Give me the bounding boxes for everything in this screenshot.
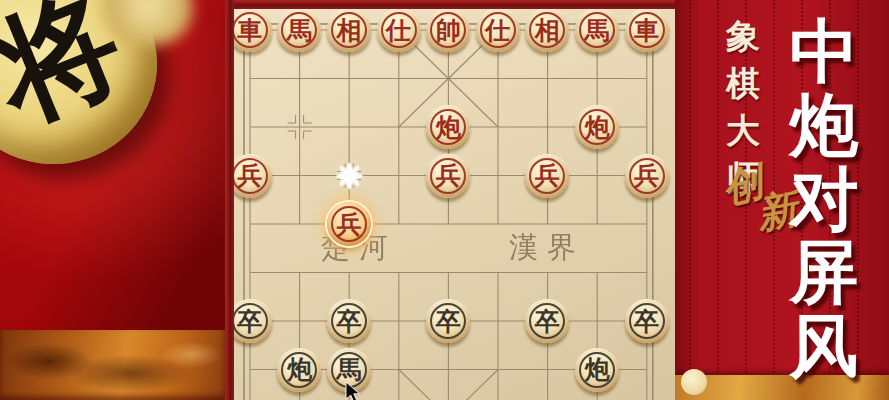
black-soldier[interactable]: 卒 <box>327 299 371 343</box>
board-point-r0c3[interactable]: 仕 <box>374 6 424 55</box>
piece-character: 炮 <box>584 357 609 382</box>
board-point-r4c3[interactable] <box>374 200 424 249</box>
piece-character: 馬 <box>287 18 312 43</box>
board-point-r2c1[interactable] <box>275 103 325 152</box>
board-point-r0c8[interactable]: 車 <box>622 6 672 55</box>
board-point-r4c8[interactable] <box>622 200 672 249</box>
board-point-r7c6[interactable] <box>523 346 573 395</box>
piece-character: 卒 <box>436 309 461 334</box>
board-point-r7c4[interactable] <box>423 346 473 395</box>
board-point-r4c1[interactable] <box>275 200 325 249</box>
xiangqi-board: 楚河 漢界 車馬相仕帥仕相馬車炮炮兵兵兵兵兵卒卒卒卒卒炮馬炮 <box>225 0 675 400</box>
red-horse[interactable]: 馬 <box>575 8 619 52</box>
board-point-r3c1[interactable] <box>275 152 325 201</box>
piece-character: 馬 <box>336 357 361 382</box>
screenshot-stage: 将 楚河 漢界 車馬相仕帥仕相馬車炮炮兵兵兵兵兵卒卒卒卒卒炮馬炮 象棋大师 创 … <box>0 0 889 400</box>
board-point-r7c7[interactable]: 炮 <box>572 346 622 395</box>
red-elephant[interactable]: 相 <box>525 8 569 52</box>
red-advisor[interactable]: 仕 <box>476 8 520 52</box>
red-chariot[interactable]: 車 <box>625 8 669 52</box>
board-point-r5c7[interactable] <box>572 249 622 298</box>
board-point-r5c1[interactable] <box>275 249 325 298</box>
piece-character: 馬 <box>584 18 609 43</box>
board-point-r0c5[interactable]: 仕 <box>473 6 523 55</box>
red-soldier[interactable]: 兵 <box>525 154 569 198</box>
board-point-r3c8[interactable]: 兵 <box>622 152 672 201</box>
board-point-r1c1[interactable] <box>275 55 325 104</box>
board-point-r8c4[interactable] <box>423 394 473 400</box>
board-point-r3c6[interactable]: 兵 <box>523 152 573 201</box>
red-chariot[interactable]: 車 <box>228 8 272 52</box>
board-point-r0c2[interactable]: 相 <box>324 6 374 55</box>
board-point-r7c5[interactable] <box>473 346 523 395</box>
board-point-r2c4[interactable]: 炮 <box>423 103 473 152</box>
board-point-r2c6[interactable] <box>523 103 573 152</box>
red-advisor[interactable]: 仕 <box>377 8 421 52</box>
board-point-r1c6[interactable] <box>523 55 573 104</box>
subtitle-char: 象 <box>726 14 760 60</box>
board-point-r5c3[interactable] <box>374 249 424 298</box>
red-cannon[interactable]: 炮 <box>575 105 619 149</box>
subtitle-char: 大 <box>726 108 760 154</box>
subtitle-char: 棋 <box>726 61 760 107</box>
board-point-r6c4[interactable]: 卒 <box>423 297 473 346</box>
title-char: 风 <box>790 311 859 383</box>
board-point-r5c6[interactable] <box>523 249 573 298</box>
red-soldier[interactable]: 兵 <box>426 154 470 198</box>
piece-character: 相 <box>336 18 361 43</box>
board-point-r1c7[interactable] <box>572 55 622 104</box>
black-soldier[interactable]: 卒 <box>625 299 669 343</box>
board-point-r5c8[interactable] <box>622 249 672 298</box>
board-point-r2c7[interactable]: 炮 <box>572 103 622 152</box>
piece-character: 相 <box>535 18 560 43</box>
piece-character: 兵 <box>535 163 560 188</box>
board-point-r1c5[interactable] <box>473 55 523 104</box>
board-point-r4c7[interactable] <box>572 200 622 249</box>
dotted-stripe <box>717 0 719 400</box>
board-point-r5c5[interactable] <box>473 249 523 298</box>
board-point-r2c2[interactable] <box>324 103 374 152</box>
piece-character: 帥 <box>436 18 461 43</box>
banner-main-title: 中炮对屏风 <box>781 16 867 383</box>
piece-character: 仕 <box>485 18 510 43</box>
board-point-r8c8[interactable] <box>622 394 672 400</box>
piece-character: 炮 <box>287 357 312 382</box>
black-cannon[interactable]: 炮 <box>277 348 321 392</box>
piece-character: 卒 <box>237 309 262 334</box>
right-promo-banner: 象棋大师 创 新 中炮对屏风 <box>675 0 889 400</box>
board-point-r4c2[interactable]: 兵 <box>324 200 374 249</box>
piece-character: 卒 <box>535 309 560 334</box>
piece-character: 兵 <box>237 163 262 188</box>
black-cannon[interactable]: 炮 <box>575 348 619 392</box>
left-promo-panel: 将 <box>0 0 225 400</box>
board-point-r6c2[interactable]: 卒 <box>324 297 374 346</box>
board-point-r3c7[interactable] <box>572 152 622 201</box>
black-soldier[interactable]: 卒 <box>228 299 272 343</box>
red-soldier[interactable]: 兵 <box>625 154 669 198</box>
board-point-r7c3[interactable] <box>374 346 424 395</box>
board-point-r8c7[interactable] <box>572 394 622 400</box>
piece-character: 炮 <box>584 115 609 140</box>
board-point-r4c5[interactable] <box>473 200 523 249</box>
red-general[interactable]: 帥 <box>426 8 470 52</box>
board-point-r2c3[interactable] <box>374 103 424 152</box>
red-horse[interactable]: 馬 <box>277 8 321 52</box>
board-point-r0c7[interactable]: 馬 <box>572 6 622 55</box>
piece-character: 兵 <box>634 163 659 188</box>
title-char: 中 <box>790 16 859 88</box>
board-point-r7c8[interactable] <box>622 346 672 395</box>
board-points: 車馬相仕帥仕相馬車炮炮兵兵兵兵兵卒卒卒卒卒炮馬炮 <box>225 6 672 400</box>
mouse-cursor <box>345 381 361 400</box>
title-char: 对 <box>790 164 859 236</box>
red-soldier[interactable]: 兵 <box>228 154 272 198</box>
board-point-r0c1[interactable]: 馬 <box>275 6 325 55</box>
board-point-r3c4[interactable]: 兵 <box>423 152 473 201</box>
title-char: 屏 <box>790 237 859 309</box>
board-point-r6c8[interactable]: 卒 <box>622 297 672 346</box>
red-cannon[interactable]: 炮 <box>426 105 470 149</box>
red-elephant[interactable]: 相 <box>327 8 371 52</box>
board-point-r4c6[interactable] <box>523 200 573 249</box>
board-point-r6c3[interactable] <box>374 297 424 346</box>
board-point-r1c8[interactable] <box>622 55 672 104</box>
board-point-r5c4[interactable] <box>423 249 473 298</box>
board-point-r6c7[interactable] <box>572 297 622 346</box>
board-point-r8c1[interactable] <box>275 394 325 400</box>
board-point-r6c1[interactable] <box>275 297 325 346</box>
board-point-r6c5[interactable] <box>473 297 523 346</box>
board-point-r3c3[interactable] <box>374 152 424 201</box>
board-point-r3c2[interactable] <box>324 152 374 201</box>
board-point-r8c6[interactable] <box>523 394 573 400</box>
board-point-r7c1[interactable]: 炮 <box>275 346 325 395</box>
board-point-r8c5[interactable] <box>473 394 523 400</box>
black-soldier[interactable]: 卒 <box>426 299 470 343</box>
piece-character: 兵 <box>436 163 461 188</box>
board-point-r1c3[interactable] <box>374 55 424 104</box>
board-frame-top <box>225 0 675 9</box>
board-point-r0c6[interactable]: 相 <box>523 6 573 55</box>
board-point-r1c4[interactable] <box>423 55 473 104</box>
piece-character: 仕 <box>386 18 411 43</box>
board-point-r1c2[interactable] <box>324 55 374 104</box>
title-char: 炮 <box>790 90 859 162</box>
piece-character: 炮 <box>436 115 461 140</box>
board-point-r6c6[interactable]: 卒 <box>523 297 573 346</box>
board-point-r0c4[interactable]: 帥 <box>423 6 473 55</box>
dotted-stripe <box>689 0 691 400</box>
board-frame-left <box>225 0 234 400</box>
piece-character: 卒 <box>336 309 361 334</box>
piece-character: 車 <box>237 18 262 43</box>
board-point-r2c5[interactable] <box>473 103 523 152</box>
wood-strip-piece <box>681 369 707 395</box>
board-point-r8c3[interactable] <box>374 394 424 400</box>
piece-character: 車 <box>634 18 659 43</box>
piece-character: 卒 <box>634 309 659 334</box>
carved-wood-strip-left <box>0 330 225 400</box>
board-point-r4c4[interactable] <box>423 200 473 249</box>
board-point-r2c8[interactable] <box>622 103 672 152</box>
board-point-r3c5[interactable] <box>473 152 523 201</box>
piece-character: 兵 <box>336 212 361 237</box>
black-soldier[interactable]: 卒 <box>525 299 569 343</box>
board-point-r5c2[interactable] <box>324 249 374 298</box>
red-soldier[interactable]: 兵 <box>327 202 371 246</box>
